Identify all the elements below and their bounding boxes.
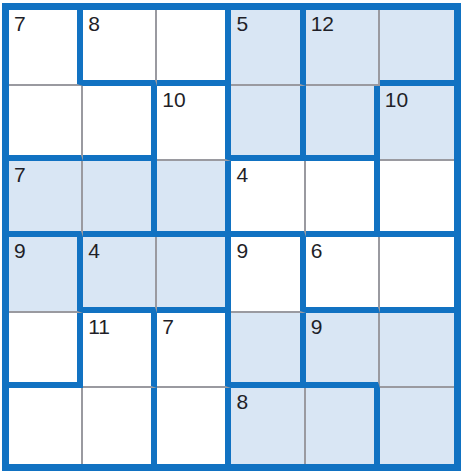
- cage-sum-clue: 6: [311, 239, 323, 263]
- cell-r4c1[interactable]: 9: [9, 237, 83, 313]
- cell-r4c4[interactable]: 9: [231, 237, 305, 313]
- cage-sum-clue: 9: [236, 239, 248, 263]
- cell-r6c3[interactable]: [157, 388, 231, 464]
- cage-sum-clue: 10: [162, 88, 185, 112]
- cell-r3c2[interactable]: [83, 161, 157, 237]
- cell-r5c3[interactable]: 7: [157, 313, 231, 389]
- cage-sum-clue: 9: [311, 315, 323, 339]
- cell-r6c2[interactable]: [83, 388, 157, 464]
- cage-sum-clue: 12: [311, 12, 334, 36]
- cell-r4c6[interactable]: [380, 237, 454, 313]
- cell-r3c6[interactable]: [380, 161, 454, 237]
- cell-r3c1[interactable]: 7: [9, 161, 83, 237]
- cell-r4c3[interactable]: [157, 237, 231, 313]
- cell-r6c4[interactable]: 8: [231, 388, 305, 464]
- cage-sum-clue: 9: [14, 239, 26, 263]
- cell-r2c3[interactable]: 10: [157, 86, 231, 162]
- cell-r6c5[interactable]: [306, 388, 380, 464]
- cage-sum-clue: 7: [14, 12, 26, 36]
- cage-sum-clue: 7: [14, 163, 26, 187]
- cage-sum-clue: 8: [236, 390, 248, 414]
- cell-r1c6[interactable]: [380, 10, 454, 86]
- cell-r5c6[interactable]: [380, 313, 454, 389]
- cell-r2c1[interactable]: [9, 86, 83, 162]
- cell-r1c4[interactable]: 5: [231, 10, 305, 86]
- cell-r4c2[interactable]: 4: [83, 237, 157, 313]
- cell-r2c4[interactable]: [231, 86, 305, 162]
- cell-r2c2[interactable]: [83, 86, 157, 162]
- cell-r5c4[interactable]: [231, 313, 305, 389]
- cell-r6c1[interactable]: [9, 388, 83, 464]
- cell-r3c3[interactable]: [157, 161, 231, 237]
- cell-r5c2[interactable]: 11: [83, 313, 157, 389]
- cell-r1c5[interactable]: 12: [306, 10, 380, 86]
- cell-r5c5[interactable]: 9: [306, 313, 380, 389]
- cell-r2c6[interactable]: 10: [380, 86, 454, 162]
- cell-r2c5[interactable]: [306, 86, 380, 162]
- cage-sum-clue: 5: [236, 12, 248, 36]
- killer-sudoku-page: 78512101074949611798: [0, 0, 463, 474]
- cell-r5c1[interactable]: [9, 313, 83, 389]
- cage-sum-clue: 4: [236, 163, 248, 187]
- cage-sum-clue: 7: [162, 315, 174, 339]
- cell-r6c6[interactable]: [380, 388, 454, 464]
- cell-r4c5[interactable]: 6: [306, 237, 380, 313]
- cell-r1c2[interactable]: 8: [83, 10, 157, 86]
- cage-sum-clue: 8: [88, 12, 100, 36]
- cell-r1c3[interactable]: [157, 10, 231, 86]
- cell-r1c1[interactable]: 7: [9, 10, 83, 86]
- cell-r3c5[interactable]: [306, 161, 380, 237]
- cage-sum-clue: 11: [88, 315, 110, 339]
- cage-sum-clue: 4: [88, 239, 100, 263]
- board: 78512101074949611798: [2, 3, 461, 471]
- cell-r3c4[interactable]: 4: [231, 161, 305, 237]
- cage-sum-clue: 10: [385, 88, 408, 112]
